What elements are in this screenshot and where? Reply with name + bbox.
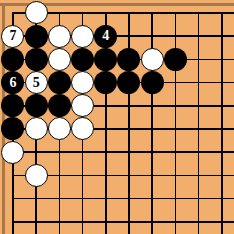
white-stone-numbered: 7 (1, 25, 24, 48)
empty-intersection (210, 164, 233, 187)
white-stone (48, 117, 71, 140)
white-stone (71, 117, 94, 140)
board-point (48, 25, 71, 48)
go-board-diagram: 7465 (0, 0, 234, 234)
empty-intersection (164, 1, 187, 24)
empty-intersection (210, 117, 233, 140)
white-stone-numbered: 5 (25, 71, 48, 94)
board-point (1, 48, 24, 71)
board-point (48, 117, 71, 140)
black-stone (117, 48, 140, 71)
empty-intersection (210, 210, 233, 233)
empty-intersection (164, 210, 187, 233)
empty-intersection (94, 117, 117, 140)
empty-intersection (187, 71, 210, 94)
empty-intersection (25, 210, 48, 233)
empty-intersection (164, 164, 187, 187)
white-stone (25, 164, 48, 187)
empty-intersection (48, 141, 71, 164)
move-number-label: 5 (33, 76, 40, 90)
board-point: 4 (94, 25, 117, 48)
empty-intersection (187, 25, 210, 48)
empty-intersection (71, 141, 94, 164)
black-stone (1, 117, 24, 140)
move-number-label: 7 (9, 29, 16, 43)
board-point (48, 71, 71, 94)
board-point (25, 117, 48, 140)
empty-intersection (48, 187, 71, 210)
empty-intersection (210, 141, 233, 164)
black-stone-numbered: 6 (1, 71, 24, 94)
black-stone (25, 94, 48, 117)
white-stone (25, 1, 48, 24)
empty-intersection (94, 210, 117, 233)
board-point (1, 141, 24, 164)
empty-intersection (71, 164, 94, 187)
empty-intersection (141, 141, 164, 164)
board-point (71, 71, 94, 94)
board-point: 6 (1, 71, 24, 94)
empty-intersection (141, 25, 164, 48)
empty-intersection (187, 164, 210, 187)
board-point (48, 94, 71, 117)
board-point (164, 48, 187, 71)
black-stone-numbered: 4 (94, 25, 117, 48)
empty-intersection (187, 1, 210, 24)
black-stone (48, 71, 71, 94)
board-point (141, 71, 164, 94)
empty-intersection (141, 1, 164, 24)
board-point (71, 48, 94, 71)
empty-intersection (164, 141, 187, 164)
empty-intersection (210, 1, 233, 24)
empty-intersection (25, 187, 48, 210)
empty-intersection (117, 164, 140, 187)
empty-intersection (117, 25, 140, 48)
black-stone (48, 94, 71, 117)
board-point (25, 1, 48, 24)
empty-intersection (141, 210, 164, 233)
board-point (141, 48, 164, 71)
empty-intersection (164, 25, 187, 48)
empty-intersection (141, 187, 164, 210)
board-point (94, 71, 117, 94)
empty-intersection (1, 187, 24, 210)
board-point (117, 71, 140, 94)
empty-intersection (141, 117, 164, 140)
board-point (25, 164, 48, 187)
empty-intersection (71, 210, 94, 233)
board-point (71, 25, 94, 48)
black-stone (94, 48, 117, 71)
board-point: 7 (1, 25, 24, 48)
stones-layer: 7465 (1, 1, 233, 233)
empty-intersection (210, 187, 233, 210)
empty-intersection (94, 94, 117, 117)
black-stone (1, 48, 24, 71)
empty-intersection (48, 164, 71, 187)
empty-intersection (187, 48, 210, 71)
board-point (117, 48, 140, 71)
black-stone (117, 71, 140, 94)
black-stone (94, 71, 117, 94)
white-stone (141, 48, 164, 71)
empty-intersection (187, 141, 210, 164)
white-stone (25, 117, 48, 140)
empty-intersection (48, 1, 71, 24)
empty-intersection (117, 117, 140, 140)
board-point (1, 94, 24, 117)
board-point (48, 48, 71, 71)
empty-intersection (141, 94, 164, 117)
board-point (1, 117, 24, 140)
board-point (71, 94, 94, 117)
black-stone (1, 94, 24, 117)
empty-intersection (117, 141, 140, 164)
empty-intersection (210, 25, 233, 48)
empty-intersection (94, 1, 117, 24)
board-point (25, 25, 48, 48)
empty-intersection (71, 187, 94, 210)
empty-intersection (94, 187, 117, 210)
board-point: 5 (25, 71, 48, 94)
empty-intersection (210, 48, 233, 71)
move-number-label: 6 (9, 76, 16, 90)
move-number-label: 4 (102, 29, 109, 43)
black-stone (71, 48, 94, 71)
empty-intersection (1, 210, 24, 233)
empty-intersection (141, 164, 164, 187)
black-stone (141, 71, 164, 94)
black-stone (25, 48, 48, 71)
black-stone (25, 25, 48, 48)
empty-intersection (210, 94, 233, 117)
empty-intersection (164, 187, 187, 210)
empty-intersection (94, 141, 117, 164)
empty-intersection (48, 210, 71, 233)
white-stone (48, 25, 71, 48)
white-stone (71, 25, 94, 48)
board-point (94, 48, 117, 71)
white-stone (48, 48, 71, 71)
white-stone (71, 71, 94, 94)
empty-intersection (117, 187, 140, 210)
white-stone (71, 94, 94, 117)
empty-intersection (164, 71, 187, 94)
empty-intersection (1, 164, 24, 187)
empty-intersection (71, 1, 94, 24)
empty-intersection (94, 164, 117, 187)
black-stone (164, 48, 187, 71)
white-stone (1, 141, 24, 164)
empty-intersection (187, 210, 210, 233)
empty-intersection (187, 187, 210, 210)
empty-intersection (117, 210, 140, 233)
empty-intersection (187, 117, 210, 140)
board-point (71, 117, 94, 140)
empty-intersection (164, 117, 187, 140)
empty-intersection (187, 94, 210, 117)
empty-intersection (164, 94, 187, 117)
empty-intersection (1, 1, 24, 24)
empty-intersection (210, 71, 233, 94)
board-point (25, 94, 48, 117)
board-point (25, 48, 48, 71)
empty-intersection (25, 141, 48, 164)
empty-intersection (117, 1, 140, 24)
empty-intersection (117, 94, 140, 117)
